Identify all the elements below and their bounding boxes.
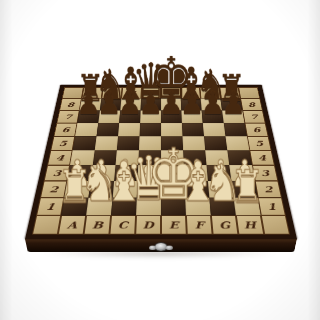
file-label-a-front: A: [58, 215, 86, 234]
black-pawn-h7: ♟: [221, 87, 245, 119]
file-label-h-front: H: [236, 215, 264, 234]
box-front-side: [25, 239, 297, 252]
square-e7: ♟: [161, 111, 182, 124]
file-label-c-front: C: [109, 215, 136, 234]
metal-clasp-icon: [155, 243, 167, 251]
board-grid: ABCDEFGH8♜♞♝♛♚♝♞♜87♟♟♟♟♟♟♟♟7665544332♟♟♟…: [32, 87, 290, 234]
coordinate-label: C: [118, 220, 129, 229]
square-h5: [225, 136, 249, 150]
square-h6: [224, 123, 247, 136]
coordinate-label: 1: [45, 202, 55, 211]
coordinate-label: G: [219, 220, 231, 229]
coordinate-label: 7: [64, 114, 72, 120]
coordinate-label: E: [169, 220, 179, 229]
file-label-b-front: B: [84, 215, 111, 234]
coordinate-label: 5: [58, 140, 67, 147]
coordinate-label: 8: [66, 102, 74, 108]
rank-label-5-right: 5: [247, 136, 272, 150]
coordinate-label: H: [243, 220, 256, 229]
rank-label-7-right: 7: [242, 111, 265, 124]
square-a5: [73, 136, 97, 150]
coordinate-label: D: [143, 220, 154, 229]
coordinate-label: 6: [252, 126, 261, 133]
square-g5: [204, 136, 227, 150]
rank-label-6-right: 6: [245, 123, 269, 136]
square-b6: [97, 123, 120, 136]
perspective-wrapper: ABCDEFGH8♜♞♝♛♚♝♞♜87♟♟♟♟♟♟♟♟7665544332♟♟♟…: [25, 0, 297, 239]
coordinate-label: 6: [61, 126, 70, 133]
rank-label-6-left: 6: [54, 123, 78, 136]
white-rook-h1: ♜: [230, 164, 265, 210]
square-g6: [203, 123, 226, 136]
coordinate-label: F: [194, 220, 204, 229]
coordinate-label: A: [66, 220, 77, 229]
square-h1: ♜: [234, 198, 261, 216]
coordinate-label: 8: [247, 102, 255, 108]
square-b5: [95, 136, 118, 150]
file-label-d-front: D: [135, 215, 161, 234]
coordinate-label: 5: [255, 140, 264, 147]
square-f7: ♟: [181, 111, 202, 124]
band-corner: [261, 215, 290, 234]
coordinate-label: 1: [266, 202, 276, 211]
file-label-e-front: E: [161, 215, 187, 234]
file-label-f-front: F: [186, 215, 213, 234]
rank-label-5-left: 5: [50, 136, 75, 150]
file-label-g-front: G: [211, 215, 238, 234]
product-photo: ABCDEFGH8♜♞♝♛♚♝♞♜87♟♟♟♟♟♟♟♟7665544332♟♟♟…: [0, 0, 320, 320]
square-d7: ♟: [140, 111, 161, 124]
chess-board: ABCDEFGH8♜♞♝♛♚♝♞♜87♟♟♟♟♟♟♟♟7665544332♟♟♟…: [25, 85, 297, 239]
band-corner: [32, 215, 61, 234]
square-c7: ♟: [119, 111, 140, 124]
square-h7: ♟: [222, 111, 245, 124]
coordinate-label: B: [92, 220, 104, 229]
square-a6: [75, 123, 98, 136]
square-c6: [118, 123, 140, 136]
coordinate-label: 7: [250, 114, 258, 120]
